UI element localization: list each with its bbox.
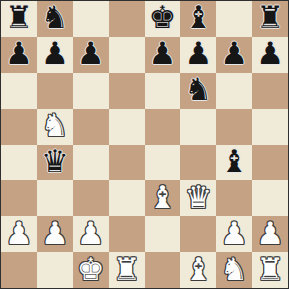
square-h4[interactable] bbox=[252, 145, 288, 181]
square-d3[interactable] bbox=[109, 180, 145, 216]
square-f6[interactable]: ♞ bbox=[180, 73, 216, 109]
square-b2[interactable]: ♟ bbox=[37, 216, 73, 252]
square-g5[interactable] bbox=[216, 109, 252, 145]
black-knight[interactable]: ♞ bbox=[41, 2, 69, 33]
black-pawn[interactable]: ♟ bbox=[184, 38, 212, 69]
white-bishop[interactable]: ♝ bbox=[149, 182, 177, 213]
square-e7[interactable]: ♟ bbox=[145, 37, 181, 73]
square-e4[interactable] bbox=[145, 145, 181, 181]
square-d7[interactable] bbox=[109, 37, 145, 73]
square-c5[interactable] bbox=[73, 109, 109, 145]
black-rook[interactable]: ♜ bbox=[256, 2, 284, 33]
square-e3[interactable]: ♝ bbox=[145, 180, 181, 216]
white-pawn[interactable]: ♟ bbox=[256, 218, 284, 249]
black-pawn[interactable]: ♟ bbox=[5, 38, 33, 69]
black-pawn[interactable]: ♟ bbox=[256, 38, 284, 69]
black-king[interactable]: ♚ bbox=[149, 2, 177, 33]
square-f3[interactable]: ♛ bbox=[180, 180, 216, 216]
square-h5[interactable] bbox=[252, 109, 288, 145]
white-rook[interactable]: ♜ bbox=[113, 254, 141, 285]
square-a1[interactable] bbox=[1, 252, 37, 288]
square-b5[interactable]: ♞ bbox=[37, 109, 73, 145]
square-e6[interactable] bbox=[145, 73, 181, 109]
square-b6[interactable] bbox=[37, 73, 73, 109]
black-queen[interactable]: ♛ bbox=[41, 146, 69, 177]
square-f7[interactable]: ♟ bbox=[180, 37, 216, 73]
square-a8[interactable]: ♜ bbox=[1, 1, 37, 37]
square-b3[interactable] bbox=[37, 180, 73, 216]
square-e5[interactable] bbox=[145, 109, 181, 145]
square-a2[interactable]: ♟ bbox=[1, 216, 37, 252]
square-f1[interactable]: ♝ bbox=[180, 252, 216, 288]
square-a7[interactable]: ♟ bbox=[1, 37, 37, 73]
black-rook[interactable]: ♜ bbox=[5, 2, 33, 33]
square-f5[interactable] bbox=[180, 109, 216, 145]
square-c8[interactable] bbox=[73, 1, 109, 37]
square-a5[interactable] bbox=[1, 109, 37, 145]
black-pawn[interactable]: ♟ bbox=[41, 38, 69, 69]
square-h8[interactable]: ♜ bbox=[252, 1, 288, 37]
square-g4[interactable]: ♝ bbox=[216, 145, 252, 181]
square-d8[interactable] bbox=[109, 1, 145, 37]
white-queen[interactable]: ♛ bbox=[184, 182, 212, 213]
black-pawn[interactable]: ♟ bbox=[77, 38, 105, 69]
square-a6[interactable] bbox=[1, 73, 37, 109]
square-g1[interactable]: ♞ bbox=[216, 252, 252, 288]
square-f2[interactable] bbox=[180, 216, 216, 252]
black-pawn[interactable]: ♟ bbox=[220, 38, 248, 69]
square-h6[interactable] bbox=[252, 73, 288, 109]
square-e2[interactable] bbox=[145, 216, 181, 252]
square-h1[interactable]: ♜ bbox=[252, 252, 288, 288]
square-a4[interactable] bbox=[1, 145, 37, 181]
square-d6[interactable] bbox=[109, 73, 145, 109]
square-h2[interactable]: ♟ bbox=[252, 216, 288, 252]
square-e8[interactable]: ♚ bbox=[145, 1, 181, 37]
square-g8[interactable] bbox=[216, 1, 252, 37]
black-bishop[interactable]: ♝ bbox=[184, 2, 212, 33]
square-b1[interactable] bbox=[37, 252, 73, 288]
white-king[interactable]: ♚ bbox=[77, 254, 105, 285]
white-pawn[interactable]: ♟ bbox=[220, 218, 248, 249]
square-b7[interactable]: ♟ bbox=[37, 37, 73, 73]
square-c6[interactable] bbox=[73, 73, 109, 109]
square-c3[interactable] bbox=[73, 180, 109, 216]
square-d2[interactable] bbox=[109, 216, 145, 252]
square-b4[interactable]: ♛ bbox=[37, 145, 73, 181]
square-e1[interactable] bbox=[145, 252, 181, 288]
square-c7[interactable]: ♟ bbox=[73, 37, 109, 73]
square-d4[interactable] bbox=[109, 145, 145, 181]
white-pawn[interactable]: ♟ bbox=[41, 218, 69, 249]
square-g2[interactable]: ♟ bbox=[216, 216, 252, 252]
chess-board: ♜♞♚♝♜♟♟♟♟♟♟♟♞♞♛♝♝♛♟♟♟♟♟♚♜♝♞♜ bbox=[0, 0, 289, 289]
square-f4[interactable] bbox=[180, 145, 216, 181]
square-a3[interactable] bbox=[1, 180, 37, 216]
white-pawn[interactable]: ♟ bbox=[5, 218, 33, 249]
white-pawn[interactable]: ♟ bbox=[77, 218, 105, 249]
white-bishop[interactable]: ♝ bbox=[184, 254, 212, 285]
square-g6[interactable] bbox=[216, 73, 252, 109]
square-h7[interactable]: ♟ bbox=[252, 37, 288, 73]
square-d1[interactable]: ♜ bbox=[109, 252, 145, 288]
square-g7[interactable]: ♟ bbox=[216, 37, 252, 73]
white-knight[interactable]: ♞ bbox=[41, 110, 69, 141]
black-bishop[interactable]: ♝ bbox=[220, 146, 248, 177]
square-f8[interactable]: ♝ bbox=[180, 1, 216, 37]
square-d5[interactable] bbox=[109, 109, 145, 145]
black-pawn[interactable]: ♟ bbox=[149, 38, 177, 69]
white-rook[interactable]: ♜ bbox=[256, 254, 284, 285]
square-g3[interactable] bbox=[216, 180, 252, 216]
black-knight[interactable]: ♞ bbox=[184, 74, 212, 105]
square-c4[interactable] bbox=[73, 145, 109, 181]
square-c2[interactable]: ♟ bbox=[73, 216, 109, 252]
square-h3[interactable] bbox=[252, 180, 288, 216]
square-b8[interactable]: ♞ bbox=[37, 1, 73, 37]
white-knight[interactable]: ♞ bbox=[220, 254, 248, 285]
square-c1[interactable]: ♚ bbox=[73, 252, 109, 288]
